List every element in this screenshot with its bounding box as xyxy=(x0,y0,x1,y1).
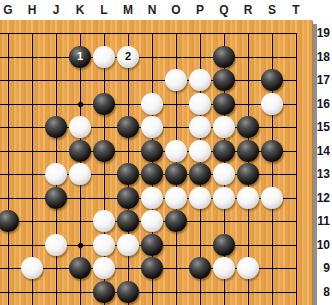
stone-black-M15[interactable] xyxy=(117,116,139,138)
stone-white-M18[interactable]: 2 xyxy=(117,46,139,68)
row-label-16: 16 xyxy=(313,95,332,113)
stone-white-Q13[interactable] xyxy=(213,163,235,185)
row-label-13: 13 xyxy=(313,165,332,183)
stone-black-M11[interactable] xyxy=(117,210,139,232)
grid-line-row-17 xyxy=(0,80,297,81)
stone-black-L16[interactable] xyxy=(93,93,115,115)
stone-white-P14[interactable] xyxy=(189,140,211,162)
row-label-10: 10 xyxy=(313,236,332,254)
stone-black-R14[interactable] xyxy=(237,140,259,162)
stone-black-N14[interactable] xyxy=(141,140,163,162)
stone-white-S16[interactable] xyxy=(261,93,283,115)
row-label-15: 15 xyxy=(313,118,332,136)
stone-black-M13[interactable] xyxy=(117,163,139,185)
column-label-O: O xyxy=(164,1,188,19)
grid-line-row-19 xyxy=(0,33,297,34)
stone-white-O12[interactable] xyxy=(165,187,187,209)
stone-black-R15[interactable] xyxy=(237,116,259,138)
stone-white-R9[interactable] xyxy=(237,257,259,279)
stone-black-N9[interactable] xyxy=(141,257,163,279)
stone-black-K9[interactable] xyxy=(69,257,91,279)
grid-line-row-18 xyxy=(0,57,297,58)
grid-line-col-T xyxy=(296,33,297,305)
stone-white-O14[interactable] xyxy=(165,140,187,162)
stone-black-K18[interactable]: 1 xyxy=(69,46,91,68)
stone-black-N13[interactable] xyxy=(141,163,163,185)
stone-white-K13[interactable] xyxy=(69,163,91,185)
stone-white-L10[interactable] xyxy=(93,234,115,256)
row-label-11: 11 xyxy=(313,212,332,230)
stone-white-P12[interactable] xyxy=(189,187,211,209)
go-board-diagram: GHJKLMNOPQRST 1918171615141312111098 12 xyxy=(0,0,332,305)
stone-white-P15[interactable] xyxy=(189,116,211,138)
stone-white-J10[interactable] xyxy=(45,234,67,256)
column-label-R: R xyxy=(236,1,260,19)
column-label-G: G xyxy=(0,1,20,19)
row-label-19: 19 xyxy=(313,24,332,42)
stone-white-L11[interactable] xyxy=(93,210,115,232)
stone-black-S14[interactable] xyxy=(261,140,283,162)
stone-white-L18[interactable] xyxy=(93,46,115,68)
stone-black-N10[interactable] xyxy=(141,234,163,256)
column-label-S: S xyxy=(260,1,284,19)
column-label-Q: Q xyxy=(212,1,236,19)
stone-black-Q16[interactable] xyxy=(213,93,235,115)
stone-black-R13[interactable] xyxy=(237,163,259,185)
column-label-J: J xyxy=(44,1,68,19)
stone-white-S12[interactable] xyxy=(261,187,283,209)
row-label-9: 9 xyxy=(313,259,332,277)
stone-black-L14[interactable] xyxy=(93,140,115,162)
stone-black-O11[interactable] xyxy=(165,210,187,232)
stone-white-Q9[interactable] xyxy=(213,257,235,279)
column-label-H: H xyxy=(20,1,44,19)
stone-white-N11[interactable] xyxy=(141,210,163,232)
row-label-8: 8 xyxy=(313,283,332,301)
stone-white-O17[interactable] xyxy=(165,69,187,91)
column-label-P: P xyxy=(188,1,212,19)
stone-white-H9[interactable] xyxy=(21,257,43,279)
stone-white-R12[interactable] xyxy=(237,187,259,209)
stone-black-P9[interactable] xyxy=(189,257,211,279)
row-label-17: 17 xyxy=(313,71,332,89)
stone-black-O13[interactable] xyxy=(165,163,187,185)
stone-black-L8[interactable] xyxy=(93,281,115,303)
column-label-M: M xyxy=(116,1,140,19)
stone-white-Q15[interactable] xyxy=(213,116,235,138)
stone-white-K15[interactable] xyxy=(69,116,91,138)
stone-black-M12[interactable] xyxy=(117,187,139,209)
stone-black-K14[interactable] xyxy=(69,140,91,162)
stone-white-Q12[interactable] xyxy=(213,187,235,209)
stone-white-L9[interactable] xyxy=(93,257,115,279)
stone-black-Q10[interactable] xyxy=(213,234,235,256)
stone-white-M10[interactable] xyxy=(117,234,139,256)
stone-white-N16[interactable] xyxy=(141,93,163,115)
stone-black-J12[interactable] xyxy=(45,187,67,209)
row-label-12: 12 xyxy=(313,189,332,207)
stone-black-M8[interactable] xyxy=(117,281,139,303)
column-label-N: N xyxy=(140,1,164,19)
stone-white-P17[interactable] xyxy=(189,69,211,91)
stone-white-N12[interactable] xyxy=(141,187,163,209)
grid-line-col-G xyxy=(8,33,9,305)
column-label-K: K xyxy=(68,1,92,19)
column-label-T: T xyxy=(284,1,308,19)
row-label-14: 14 xyxy=(313,142,332,160)
grid-line-row-8 xyxy=(0,292,297,293)
stone-black-Q18[interactable] xyxy=(213,46,235,68)
stone-black-P13[interactable] xyxy=(189,163,211,185)
stone-white-P16[interactable] xyxy=(189,93,211,115)
stone-white-N15[interactable] xyxy=(141,116,163,138)
stone-black-Q17[interactable] xyxy=(213,69,235,91)
stone-black-J15[interactable] xyxy=(45,116,67,138)
row-label-18: 18 xyxy=(313,48,332,66)
stone-black-Q14[interactable] xyxy=(213,140,235,162)
move-number-label: 1 xyxy=(77,51,83,62)
stone-white-J13[interactable] xyxy=(45,163,67,185)
move-number-label: 2 xyxy=(125,51,131,62)
column-label-L: L xyxy=(92,1,116,19)
stone-black-S17[interactable] xyxy=(261,69,283,91)
